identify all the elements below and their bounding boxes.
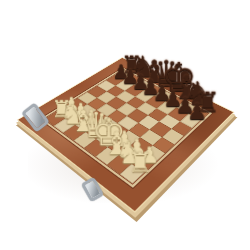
piece-black-pawn: ♟ <box>187 101 202 124</box>
piece-white-rook: ♜ <box>128 149 145 177</box>
chess-set-photo: ♜♟♟♜♞♟♟♞♝♟♟♝♛♟♟♛♚♟♟♚♝♟♟♝♞♟♟♞♜♟♟♜ <box>0 0 250 250</box>
